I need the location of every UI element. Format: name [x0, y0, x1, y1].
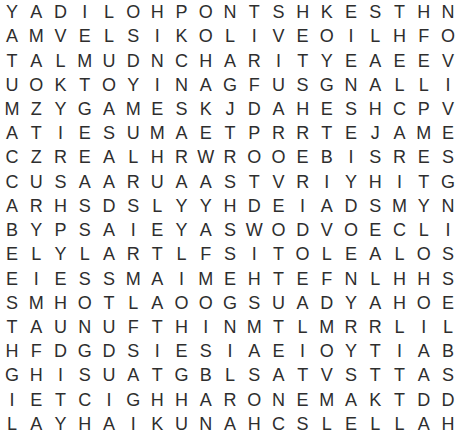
grid-cell-r15c7[interactable]: I — [145, 339, 169, 363]
grid-cell-r2c15[interactable]: I — [339, 24, 363, 48]
grid-cell-r7c15[interactable]: I — [339, 145, 363, 169]
grid-cell-r11c16[interactable]: A — [363, 242, 387, 266]
grid-cell-r10c16[interactable]: E — [363, 218, 387, 242]
grid-cell-r6c5[interactable]: S — [97, 121, 121, 145]
grid-cell-r8c2[interactable]: U — [24, 170, 48, 194]
grid-cell-r15c16[interactable]: T — [363, 339, 387, 363]
grid-cell-r4c15[interactable]: N — [339, 73, 363, 97]
grid-cell-r2c17[interactable]: H — [387, 24, 411, 48]
grid-cell-r14c9[interactable]: I — [194, 315, 218, 339]
grid-cell-r7c5[interactable]: A — [97, 145, 121, 169]
grid-cell-r2c14[interactable]: O — [315, 24, 339, 48]
grid-cell-r18c13[interactable]: S — [291, 412, 315, 436]
grid-cell-r8c7[interactable]: U — [145, 170, 169, 194]
grid-cell-r5c14[interactable]: E — [315, 97, 339, 121]
grid-cell-r11c15[interactable]: E — [339, 242, 363, 266]
grid-cell-r11c10[interactable]: S — [218, 242, 242, 266]
grid-cell-r15c12[interactable]: E — [266, 339, 290, 363]
grid-cell-r5c17[interactable]: C — [387, 97, 411, 121]
grid-cell-r14c6[interactable]: F — [121, 315, 145, 339]
grid-cell-r6c6[interactable]: U — [121, 121, 145, 145]
grid-cell-r6c1[interactable]: A — [0, 121, 24, 145]
grid-cell-r14c18[interactable]: I — [412, 315, 436, 339]
grid-cell-r4c4[interactable]: T — [73, 73, 97, 97]
grid-cell-r8c18[interactable]: T — [412, 170, 436, 194]
grid-cell-r8c5[interactable]: A — [97, 170, 121, 194]
grid-cell-r4c12[interactable]: U — [266, 73, 290, 97]
grid-cell-r16c10[interactable]: L — [218, 363, 242, 387]
grid-cell-r14c10[interactable]: N — [218, 315, 242, 339]
grid-cell-r14c1[interactable]: T — [0, 315, 24, 339]
grid-cell-r12c15[interactable]: N — [339, 266, 363, 290]
grid-cell-r9c8[interactable]: Y — [169, 194, 193, 218]
grid-cell-r3c19[interactable]: V — [436, 48, 460, 72]
grid-cell-r12c8[interactable]: I — [169, 266, 193, 290]
grid-cell-r6c9[interactable]: E — [194, 121, 218, 145]
grid-cell-r3c16[interactable]: A — [363, 48, 387, 72]
grid-cell-r3c13[interactable]: T — [291, 48, 315, 72]
grid-cell-r3c7[interactable]: N — [145, 48, 169, 72]
grid-cell-r2c16[interactable]: L — [363, 24, 387, 48]
grid-cell-r11c4[interactable]: L — [73, 242, 97, 266]
grid-cell-r13c6[interactable]: L — [121, 291, 145, 315]
grid-cell-r10c18[interactable]: L — [412, 218, 436, 242]
grid-cell-r15c13[interactable]: I — [291, 339, 315, 363]
grid-cell-r1c2[interactable]: A — [24, 0, 48, 24]
grid-cell-r12c1[interactable]: E — [0, 266, 24, 290]
grid-cell-r16c11[interactable]: S — [242, 363, 266, 387]
grid-cell-r8c8[interactable]: A — [169, 170, 193, 194]
grid-cell-r15c10[interactable]: I — [218, 339, 242, 363]
grid-cell-r17c16[interactable]: K — [363, 388, 387, 412]
grid-cell-r10c6[interactable]: I — [121, 218, 145, 242]
grid-cell-r11c2[interactable]: L — [24, 242, 48, 266]
grid-cell-r3c3[interactable]: L — [48, 48, 72, 72]
grid-cell-r12c11[interactable]: H — [242, 266, 266, 290]
grid-cell-r14c17[interactable]: L — [387, 315, 411, 339]
grid-cell-r18c1[interactable]: L — [0, 412, 24, 436]
grid-cell-r12c3[interactable]: E — [48, 266, 72, 290]
grid-cell-r8c15[interactable]: Y — [339, 170, 363, 194]
grid-cell-r2c13[interactable]: E — [291, 24, 315, 48]
grid-cell-r1c7[interactable]: H — [145, 0, 169, 24]
grid-cell-r6c14[interactable]: T — [315, 121, 339, 145]
grid-cell-r5c11[interactable]: D — [242, 97, 266, 121]
grid-cell-r15c14[interactable]: O — [315, 339, 339, 363]
grid-cell-r3c12[interactable]: I — [266, 48, 290, 72]
grid-cell-r13c11[interactable]: S — [242, 291, 266, 315]
grid-cell-r12c9[interactable]: M — [194, 266, 218, 290]
grid-cell-r15c3[interactable]: D — [48, 339, 72, 363]
grid-cell-r4c2[interactable]: O — [24, 73, 48, 97]
grid-cell-r17c8[interactable]: H — [169, 388, 193, 412]
grid-cell-r18c5[interactable]: A — [97, 412, 121, 436]
grid-cell-r9c3[interactable]: H — [48, 194, 72, 218]
grid-cell-r10c12[interactable]: O — [266, 218, 290, 242]
grid-cell-r14c19[interactable]: L — [436, 315, 460, 339]
grid-cell-r12c7[interactable]: A — [145, 266, 169, 290]
grid-cell-r9c19[interactable]: N — [436, 194, 460, 218]
grid-cell-r2c5[interactable]: L — [97, 24, 121, 48]
grid-cell-r13c16[interactable]: A — [363, 291, 387, 315]
grid-cell-r12c2[interactable]: I — [24, 266, 48, 290]
grid-cell-r8c10[interactable]: S — [218, 170, 242, 194]
grid-cell-r6c2[interactable]: T — [24, 121, 48, 145]
grid-cell-r8c14[interactable]: I — [315, 170, 339, 194]
grid-cell-r6c11[interactable]: P — [242, 121, 266, 145]
grid-cell-r10c13[interactable]: D — [291, 218, 315, 242]
grid-cell-r12c16[interactable]: L — [363, 266, 387, 290]
grid-cell-r9c7[interactable]: L — [145, 194, 169, 218]
grid-cell-r5c5[interactable]: A — [97, 97, 121, 121]
grid-cell-r7c12[interactable]: O — [266, 145, 290, 169]
grid-cell-r1c11[interactable]: T — [242, 0, 266, 24]
grid-cell-r13c12[interactable]: U — [266, 291, 290, 315]
grid-cell-r14c2[interactable]: A — [24, 315, 48, 339]
grid-cell-r15c6[interactable]: S — [121, 339, 145, 363]
grid-cell-r7c10[interactable]: R — [218, 145, 242, 169]
grid-cell-r15c5[interactable]: D — [97, 339, 121, 363]
grid-cell-r13c10[interactable]: G — [218, 291, 242, 315]
grid-cell-r12c17[interactable]: H — [387, 266, 411, 290]
grid-cell-r10c8[interactable]: Y — [169, 218, 193, 242]
grid-cell-r2c11[interactable]: I — [242, 24, 266, 48]
grid-cell-r2c1[interactable]: A — [0, 24, 24, 48]
grid-cell-r5c8[interactable]: S — [169, 97, 193, 121]
grid-cell-r10c3[interactable]: P — [48, 218, 72, 242]
grid-cell-r7c3[interactable]: R — [48, 145, 72, 169]
grid-cell-r8c9[interactable]: A — [194, 170, 218, 194]
grid-cell-r6c16[interactable]: J — [363, 121, 387, 145]
grid-cell-r16c7[interactable]: T — [145, 363, 169, 387]
grid-cell-r17c14[interactable]: M — [315, 388, 339, 412]
grid-cell-r3c4[interactable]: M — [73, 48, 97, 72]
grid-cell-r7c9[interactable]: W — [194, 145, 218, 169]
grid-cell-r13c7[interactable]: A — [145, 291, 169, 315]
grid-cell-r2c9[interactable]: O — [194, 24, 218, 48]
grid-cell-r7c13[interactable]: E — [291, 145, 315, 169]
grid-cell-r17c7[interactable]: H — [145, 388, 169, 412]
grid-cell-r18c14[interactable]: L — [315, 412, 339, 436]
grid-cell-r5c18[interactable]: P — [412, 97, 436, 121]
grid-cell-r16c3[interactable]: I — [48, 363, 72, 387]
grid-cell-r6c18[interactable]: M — [412, 121, 436, 145]
grid-cell-r18c3[interactable]: Y — [48, 412, 72, 436]
grid-cell-r18c15[interactable]: E — [339, 412, 363, 436]
grid-cell-r2c19[interactable]: O — [436, 24, 460, 48]
grid-cell-r4c19[interactable]: I — [436, 73, 460, 97]
grid-cell-r7c6[interactable]: L — [121, 145, 145, 169]
grid-cell-r5c2[interactable]: Z — [24, 97, 48, 121]
grid-cell-r2c7[interactable]: I — [145, 24, 169, 48]
grid-cell-r17c1[interactable]: I — [0, 388, 24, 412]
grid-cell-r4c17[interactable]: L — [387, 73, 411, 97]
grid-cell-r17c13[interactable]: E — [291, 388, 315, 412]
grid-cell-r3c18[interactable]: E — [412, 48, 436, 72]
grid-cell-r14c13[interactable]: L — [291, 315, 315, 339]
grid-cell-r7c19[interactable]: S — [436, 145, 460, 169]
grid-cell-r13c2[interactable]: M — [24, 291, 48, 315]
grid-cell-r15c9[interactable]: S — [194, 339, 218, 363]
grid-cell-r17c9[interactable]: A — [194, 388, 218, 412]
grid-cell-r11c19[interactable]: S — [436, 242, 460, 266]
grid-cell-r9c1[interactable]: A — [0, 194, 24, 218]
grid-cell-r5c7[interactable]: E — [145, 97, 169, 121]
grid-cell-r1c4[interactable]: I — [73, 0, 97, 24]
grid-cell-r2c8[interactable]: K — [169, 24, 193, 48]
grid-cell-r16c14[interactable]: V — [315, 363, 339, 387]
grid-cell-r15c1[interactable]: H — [0, 339, 24, 363]
grid-cell-r13c9[interactable]: O — [194, 291, 218, 315]
grid-cell-r10c5[interactable]: A — [97, 218, 121, 242]
grid-cell-r13c5[interactable]: T — [97, 291, 121, 315]
grid-cell-r4c5[interactable]: O — [97, 73, 121, 97]
grid-cell-r4c1[interactable]: U — [0, 73, 24, 97]
grid-cell-r17c10[interactable]: R — [218, 388, 242, 412]
grid-cell-r7c14[interactable]: B — [315, 145, 339, 169]
grid-cell-r11c3[interactable]: Y — [48, 242, 72, 266]
grid-cell-r14c5[interactable]: U — [97, 315, 121, 339]
grid-cell-r14c7[interactable]: T — [145, 315, 169, 339]
grid-cell-r1c13[interactable]: H — [291, 0, 315, 24]
grid-cell-r8c11[interactable]: T — [242, 170, 266, 194]
grid-cell-r16c19[interactable]: S — [436, 363, 460, 387]
grid-cell-r1c15[interactable]: E — [339, 0, 363, 24]
grid-cell-r12c13[interactable]: E — [291, 266, 315, 290]
grid-cell-r16c5[interactable]: U — [97, 363, 121, 387]
grid-cell-r6c4[interactable]: E — [73, 121, 97, 145]
grid-cell-r2c4[interactable]: E — [73, 24, 97, 48]
grid-cell-r14c12[interactable]: T — [266, 315, 290, 339]
grid-cell-r1c5[interactable]: L — [97, 0, 121, 24]
grid-cell-r2c3[interactable]: V — [48, 24, 72, 48]
grid-cell-r9c4[interactable]: S — [73, 194, 97, 218]
grid-cell-r8c13[interactable]: R — [291, 170, 315, 194]
grid-cell-r18c19[interactable]: H — [436, 412, 460, 436]
grid-cell-r1c16[interactable]: S — [363, 0, 387, 24]
grid-cell-r7c11[interactable]: O — [242, 145, 266, 169]
grid-cell-r16c16[interactable]: T — [363, 363, 387, 387]
grid-cell-r18c18[interactable]: A — [412, 412, 436, 436]
grid-cell-r9c12[interactable]: E — [266, 194, 290, 218]
grid-cell-r18c2[interactable]: A — [24, 412, 48, 436]
grid-cell-r6c12[interactable]: R — [266, 121, 290, 145]
grid-cell-r16c13[interactable]: T — [291, 363, 315, 387]
grid-cell-r15c8[interactable]: E — [169, 339, 193, 363]
grid-cell-r1c18[interactable]: H — [412, 0, 436, 24]
grid-cell-r4c18[interactable]: L — [412, 73, 436, 97]
grid-cell-r5c15[interactable]: S — [339, 97, 363, 121]
grid-cell-r3c8[interactable]: C — [169, 48, 193, 72]
grid-cell-r11c9[interactable]: F — [194, 242, 218, 266]
grid-cell-r10c7[interactable]: E — [145, 218, 169, 242]
grid-cell-r9c10[interactable]: H — [218, 194, 242, 218]
grid-cell-r4c9[interactable]: A — [194, 73, 218, 97]
grid-cell-r12c12[interactable]: T — [266, 266, 290, 290]
grid-cell-r1c17[interactable]: T — [387, 0, 411, 24]
grid-cell-r14c11[interactable]: M — [242, 315, 266, 339]
grid-cell-r16c9[interactable]: B — [194, 363, 218, 387]
grid-cell-r17c4[interactable]: C — [73, 388, 97, 412]
grid-cell-r3c15[interactable]: E — [339, 48, 363, 72]
grid-cell-r14c8[interactable]: H — [169, 315, 193, 339]
grid-cell-r9c13[interactable]: I — [291, 194, 315, 218]
grid-cell-r11c14[interactable]: L — [315, 242, 339, 266]
grid-cell-r10c17[interactable]: C — [387, 218, 411, 242]
grid-cell-r17c12[interactable]: N — [266, 388, 290, 412]
grid-cell-r17c3[interactable]: T — [48, 388, 72, 412]
grid-cell-r14c16[interactable]: R — [363, 315, 387, 339]
grid-cell-r11c1[interactable]: E — [0, 242, 24, 266]
grid-cell-r5c4[interactable]: G — [73, 97, 97, 121]
grid-cell-r5c10[interactable]: J — [218, 97, 242, 121]
grid-cell-r16c2[interactable]: H — [24, 363, 48, 387]
grid-cell-r2c6[interactable]: S — [121, 24, 145, 48]
grid-cell-r6c17[interactable]: A — [387, 121, 411, 145]
grid-cell-r15c17[interactable]: I — [387, 339, 411, 363]
grid-cell-r3c5[interactable]: U — [97, 48, 121, 72]
grid-cell-r12c5[interactable]: S — [97, 266, 121, 290]
grid-cell-r13c3[interactable]: H — [48, 291, 72, 315]
grid-cell-r13c18[interactable]: O — [412, 291, 436, 315]
grid-cell-r16c1[interactable]: G — [0, 363, 24, 387]
grid-cell-r16c4[interactable]: S — [73, 363, 97, 387]
grid-cell-r13c19[interactable]: E — [436, 291, 460, 315]
grid-cell-r10c10[interactable]: S — [218, 218, 242, 242]
grid-cell-r10c11[interactable]: W — [242, 218, 266, 242]
grid-cell-r1c12[interactable]: S — [266, 0, 290, 24]
grid-cell-r7c1[interactable]: C — [0, 145, 24, 169]
grid-cell-r11c17[interactable]: L — [387, 242, 411, 266]
grid-cell-r5c16[interactable]: H — [363, 97, 387, 121]
grid-cell-r7c8[interactable]: R — [169, 145, 193, 169]
grid-cell-r2c18[interactable]: F — [412, 24, 436, 48]
grid-cell-r17c17[interactable]: T — [387, 388, 411, 412]
grid-cell-r18c11[interactable]: H — [242, 412, 266, 436]
grid-cell-r4c6[interactable]: Y — [121, 73, 145, 97]
grid-cell-r13c4[interactable]: O — [73, 291, 97, 315]
grid-cell-r1c9[interactable]: O — [194, 0, 218, 24]
grid-cell-r11c13[interactable]: O — [291, 242, 315, 266]
grid-cell-r10c14[interactable]: V — [315, 218, 339, 242]
grid-cell-r4c8[interactable]: N — [169, 73, 193, 97]
grid-cell-r11c7[interactable]: T — [145, 242, 169, 266]
grid-cell-r4c10[interactable]: G — [218, 73, 242, 97]
grid-cell-r13c1[interactable]: S — [0, 291, 24, 315]
grid-cell-r12c10[interactable]: E — [218, 266, 242, 290]
grid-cell-r9c2[interactable]: R — [24, 194, 48, 218]
grid-cell-r9c5[interactable]: D — [97, 194, 121, 218]
grid-cell-r4c16[interactable]: A — [363, 73, 387, 97]
grid-cell-r10c4[interactable]: S — [73, 218, 97, 242]
grid-cell-r8c19[interactable]: G — [436, 170, 460, 194]
grid-cell-r16c8[interactable]: G — [169, 363, 193, 387]
grid-cell-r8c17[interactable]: I — [387, 170, 411, 194]
grid-cell-r9c11[interactable]: D — [242, 194, 266, 218]
grid-cell-r7c18[interactable]: E — [412, 145, 436, 169]
grid-cell-r18c9[interactable]: N — [194, 412, 218, 436]
grid-cell-r13c13[interactable]: A — [291, 291, 315, 315]
grid-cell-r7c16[interactable]: S — [363, 145, 387, 169]
grid-cell-r15c11[interactable]: A — [242, 339, 266, 363]
grid-cell-r12c14[interactable]: F — [315, 266, 339, 290]
grid-cell-r6c19[interactable]: E — [436, 121, 460, 145]
grid-cell-r11c8[interactable]: L — [169, 242, 193, 266]
grid-cell-r18c16[interactable]: L — [363, 412, 387, 436]
grid-cell-r10c15[interactable]: O — [339, 218, 363, 242]
grid-cell-r15c4[interactable]: G — [73, 339, 97, 363]
grid-cell-r17c11[interactable]: O — [242, 388, 266, 412]
grid-cell-r18c7[interactable]: K — [145, 412, 169, 436]
grid-cell-r14c14[interactable]: M — [315, 315, 339, 339]
grid-cell-r6c13[interactable]: R — [291, 121, 315, 145]
grid-cell-r10c1[interactable]: B — [0, 218, 24, 242]
grid-cell-r2c10[interactable]: L — [218, 24, 242, 48]
grid-cell-r9c9[interactable]: Y — [194, 194, 218, 218]
grid-cell-r18c10[interactable]: A — [218, 412, 242, 436]
grid-cell-r7c17[interactable]: R — [387, 145, 411, 169]
grid-cell-r8c1[interactable]: C — [0, 170, 24, 194]
grid-cell-r6c10[interactable]: T — [218, 121, 242, 145]
grid-cell-r12c18[interactable]: H — [412, 266, 436, 290]
grid-cell-r5c6[interactable]: M — [121, 97, 145, 121]
grid-cell-r9c16[interactable]: S — [363, 194, 387, 218]
grid-cell-r6c15[interactable]: E — [339, 121, 363, 145]
grid-cell-r2c12[interactable]: V — [266, 24, 290, 48]
grid-cell-r9c14[interactable]: A — [315, 194, 339, 218]
grid-cell-r1c1[interactable]: Y — [0, 0, 24, 24]
grid-cell-r5c3[interactable]: Y — [48, 97, 72, 121]
grid-cell-r15c19[interactable]: B — [436, 339, 460, 363]
grid-cell-r4c7[interactable]: I — [145, 73, 169, 97]
grid-cell-r13c14[interactable]: D — [315, 291, 339, 315]
grid-cell-r3c6[interactable]: D — [121, 48, 145, 72]
grid-cell-r3c1[interactable]: T — [0, 48, 24, 72]
grid-cell-r13c8[interactable]: O — [169, 291, 193, 315]
grid-cell-r8c3[interactable]: S — [48, 170, 72, 194]
grid-cell-r17c19[interactable]: D — [436, 388, 460, 412]
grid-cell-r16c15[interactable]: S — [339, 363, 363, 387]
grid-cell-r16c18[interactable]: A — [412, 363, 436, 387]
grid-cell-r17c2[interactable]: E — [24, 388, 48, 412]
grid-cell-r15c18[interactable]: A — [412, 339, 436, 363]
grid-cell-r8c16[interactable]: H — [363, 170, 387, 194]
grid-cell-r3c2[interactable]: A — [24, 48, 48, 72]
grid-cell-r10c2[interactable]: Y — [24, 218, 48, 242]
grid-cell-r3c9[interactable]: H — [194, 48, 218, 72]
grid-cell-r14c3[interactable]: U — [48, 315, 72, 339]
grid-cell-r5c9[interactable]: K — [194, 97, 218, 121]
grid-cell-r2c2[interactable]: M — [24, 24, 48, 48]
grid-cell-r7c7[interactable]: H — [145, 145, 169, 169]
grid-cell-r1c8[interactable]: P — [169, 0, 193, 24]
grid-cell-r17c5[interactable]: I — [97, 388, 121, 412]
grid-cell-r11c5[interactable]: A — [97, 242, 121, 266]
grid-cell-r1c6[interactable]: O — [121, 0, 145, 24]
grid-cell-r18c12[interactable]: C — [266, 412, 290, 436]
grid-cell-r11c12[interactable]: T — [266, 242, 290, 266]
grid-cell-r13c17[interactable]: H — [387, 291, 411, 315]
grid-cell-r3c11[interactable]: R — [242, 48, 266, 72]
grid-cell-r9c17[interactable]: M — [387, 194, 411, 218]
grid-cell-r4c3[interactable]: K — [48, 73, 72, 97]
grid-cell-r18c8[interactable]: U — [169, 412, 193, 436]
grid-cell-r12c19[interactable]: S — [436, 266, 460, 290]
grid-cell-r7c4[interactable]: E — [73, 145, 97, 169]
grid-cell-r11c18[interactable]: O — [412, 242, 436, 266]
grid-cell-r5c1[interactable]: M — [0, 97, 24, 121]
grid-cell-r5c12[interactable]: A — [266, 97, 290, 121]
